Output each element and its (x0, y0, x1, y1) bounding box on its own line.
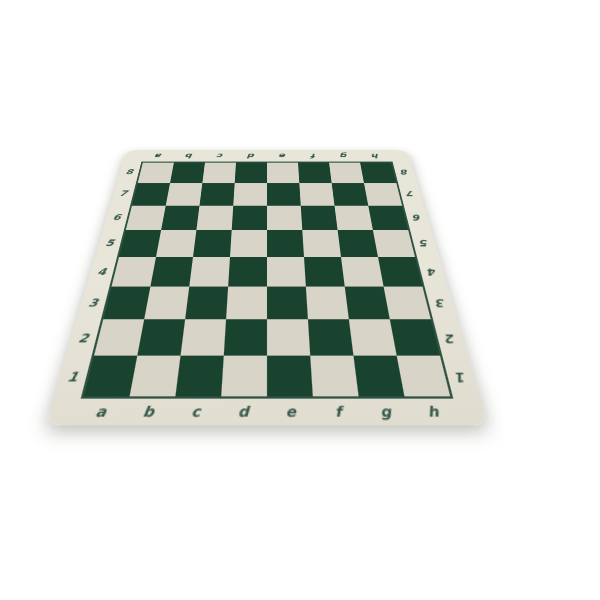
square-g1[interactable] (353, 356, 404, 397)
square-b6[interactable] (161, 206, 199, 230)
square-e8[interactable] (267, 163, 299, 184)
square-d4[interactable] (228, 257, 267, 287)
rank-label-right-4: 4 (426, 267, 437, 277)
rank-label-right-1: 1 (454, 371, 468, 384)
square-h1[interactable] (397, 356, 451, 397)
file-label-bottom-b: b (142, 405, 155, 420)
square-f7[interactable] (299, 183, 334, 205)
square-a3[interactable] (103, 287, 150, 320)
square-b2[interactable] (137, 319, 185, 355)
square-b4[interactable] (150, 257, 193, 287)
square-g8[interactable] (329, 163, 364, 184)
file-label-bottom-d: d (238, 405, 249, 420)
square-g3[interactable] (345, 287, 390, 320)
file-label-top-a: a (154, 153, 162, 159)
square-h6[interactable] (368, 206, 408, 230)
square-e4[interactable] (267, 257, 306, 287)
square-h2[interactable] (390, 319, 440, 355)
square-f8[interactable] (298, 163, 332, 184)
file-label-bottom-e: e (285, 405, 296, 420)
file-label-bottom-c: c (191, 405, 201, 420)
rank-label-left-5: 5 (105, 239, 116, 248)
file-label-top-c: c (217, 153, 223, 159)
chess-mat: abcdefgh abcdefgh 87654321 87654321 (46, 150, 489, 425)
rank-label-left-4: 4 (96, 267, 107, 277)
square-e3[interactable] (267, 287, 308, 320)
file-labels-top: abcdefgh (141, 150, 392, 161)
rank-label-right-5: 5 (419, 239, 430, 248)
square-c4[interactable] (189, 257, 230, 287)
square-c8[interactable] (202, 163, 236, 184)
square-d7[interactable] (233, 183, 267, 205)
square-f4[interactable] (304, 257, 345, 287)
square-g5[interactable] (338, 230, 378, 257)
square-c3[interactable] (185, 287, 228, 320)
square-b3[interactable] (144, 287, 189, 320)
file-label-bottom-h: h (426, 405, 440, 420)
square-h5[interactable] (373, 230, 415, 257)
square-f6[interactable] (301, 206, 338, 230)
rank-label-left-7: 7 (119, 190, 128, 197)
file-label-bottom-f: f (334, 405, 342, 420)
square-a5[interactable] (119, 230, 161, 257)
photo-background: abcdefgh abcdefgh 87654321 87654321 (0, 0, 600, 600)
rank-label-left-8: 8 (125, 168, 134, 175)
square-f1[interactable] (310, 356, 358, 397)
square-d2[interactable] (224, 319, 267, 355)
square-g4[interactable] (341, 257, 384, 287)
square-a8[interactable] (138, 163, 174, 184)
rank-label-left-2: 2 (77, 332, 90, 344)
rank-label-left-1: 1 (66, 371, 80, 384)
square-d8[interactable] (235, 163, 267, 184)
file-label-top-h: h (371, 153, 379, 159)
square-h7[interactable] (364, 183, 402, 205)
square-e7[interactable] (267, 183, 301, 205)
square-a2[interactable] (94, 319, 144, 355)
square-h8[interactable] (360, 163, 396, 184)
square-c7[interactable] (199, 183, 234, 205)
board-grid (81, 162, 454, 399)
file-label-top-d: d (248, 153, 255, 159)
square-f2[interactable] (308, 319, 354, 355)
square-b5[interactable] (156, 230, 196, 257)
square-e6[interactable] (267, 206, 302, 230)
rank-label-right-7: 7 (406, 190, 415, 197)
rank-label-left-3: 3 (87, 298, 99, 309)
rank-label-right-3: 3 (435, 298, 447, 309)
square-d1[interactable] (221, 356, 267, 397)
square-a6[interactable] (126, 206, 166, 230)
rank-label-right-8: 8 (400, 168, 409, 175)
square-e1[interactable] (267, 356, 313, 397)
square-c2[interactable] (181, 319, 227, 355)
square-h4[interactable] (378, 257, 422, 287)
square-a1[interactable] (84, 356, 138, 397)
square-b8[interactable] (170, 163, 205, 184)
square-b1[interactable] (130, 356, 181, 397)
file-label-top-b: b (185, 153, 193, 159)
file-label-top-e: e (279, 153, 286, 159)
rank-label-right-6: 6 (412, 213, 422, 221)
square-d3[interactable] (226, 287, 267, 320)
square-d6[interactable] (232, 206, 267, 230)
file-label-top-f: f (311, 153, 316, 159)
square-a7[interactable] (132, 183, 170, 205)
square-e5[interactable] (267, 230, 304, 257)
file-label-bottom-g: g (379, 405, 392, 420)
square-g6[interactable] (335, 206, 373, 230)
square-c6[interactable] (196, 206, 233, 230)
square-a4[interactable] (112, 257, 156, 287)
rank-label-left-6: 6 (112, 213, 122, 221)
square-e2[interactable] (267, 319, 310, 355)
square-d5[interactable] (230, 230, 267, 257)
rank-label-right-2: 2 (444, 332, 457, 344)
square-b7[interactable] (166, 183, 203, 205)
file-label-top-g: g (341, 153, 349, 159)
square-f5[interactable] (302, 230, 341, 257)
square-c1[interactable] (175, 356, 223, 397)
square-h3[interactable] (384, 287, 431, 320)
square-g7[interactable] (332, 183, 369, 205)
square-g2[interactable] (349, 319, 397, 355)
square-c5[interactable] (193, 230, 232, 257)
file-labels-bottom: abcdefgh (74, 399, 460, 426)
file-label-bottom-a: a (94, 405, 108, 420)
square-f3[interactable] (306, 287, 349, 320)
